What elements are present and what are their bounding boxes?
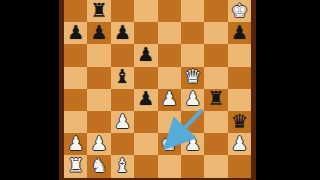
square-h7: ♟ xyxy=(228,22,251,44)
piece-black-rook: ♜ xyxy=(91,1,108,20)
square-d7 xyxy=(134,22,157,44)
square-h1 xyxy=(228,155,251,177)
square-h3: ♛ xyxy=(228,111,251,133)
square-h5 xyxy=(228,67,251,89)
square-b1: ♞ xyxy=(87,155,110,177)
square-b6 xyxy=(87,44,110,66)
square-a7: ♟ xyxy=(64,22,87,44)
piece-white-pawn: ♟ xyxy=(114,112,131,131)
piece-white-pawn: ♟ xyxy=(184,134,201,153)
square-b8: ♜ xyxy=(87,0,110,22)
square-c8 xyxy=(111,0,134,22)
piece-white-pawn: ♟ xyxy=(231,134,248,153)
piece-black-pawn: ♟ xyxy=(137,45,154,64)
square-b4 xyxy=(87,89,110,111)
square-b3 xyxy=(87,111,110,133)
square-f4: ♟ xyxy=(181,89,204,111)
square-d1 xyxy=(134,155,157,177)
square-f5: ♛ xyxy=(181,67,204,89)
piece-white-queen: ♛ xyxy=(184,67,201,86)
piece-white-rook: ♜ xyxy=(67,156,84,175)
square-b5 xyxy=(87,67,110,89)
square-c7: ♟ xyxy=(111,22,134,44)
piece-black-bishop: ♝ xyxy=(114,67,131,86)
square-g8 xyxy=(204,0,227,22)
square-d2 xyxy=(134,133,157,155)
square-g2 xyxy=(204,133,227,155)
piece-black-rook: ♜ xyxy=(208,89,225,108)
piece-black-pawn: ♟ xyxy=(114,23,131,42)
piece-white-pawn: ♟ xyxy=(91,134,108,153)
piece-white-knight: ♞ xyxy=(91,156,108,175)
square-c1: ♝ xyxy=(111,155,134,177)
square-f6 xyxy=(181,44,204,66)
square-h6 xyxy=(228,44,251,66)
square-b2: ♟ xyxy=(87,133,110,155)
piece-white-pawn: ♟ xyxy=(161,89,178,108)
square-a2: ♟ xyxy=(64,133,87,155)
square-h4 xyxy=(228,89,251,111)
square-g5 xyxy=(204,67,227,89)
chess-board: ♜♚♟♟♟♟♟♝♛♟♟♟♜♟♛♟♟♚♟♟♜♞♝ xyxy=(59,0,256,180)
square-a4 xyxy=(64,89,87,111)
square-d8 xyxy=(134,0,157,22)
square-c4 xyxy=(111,89,134,111)
square-a3 xyxy=(64,111,87,133)
square-f7 xyxy=(181,22,204,44)
square-a6 xyxy=(64,44,87,66)
piece-black-pawn: ♟ xyxy=(91,23,108,42)
square-g7 xyxy=(204,22,227,44)
square-g1 xyxy=(204,155,227,177)
square-a5 xyxy=(64,67,87,89)
piece-white-bishop: ♝ xyxy=(114,156,131,175)
square-e5 xyxy=(158,67,181,89)
square-h8: ♚ xyxy=(228,0,251,22)
square-f3 xyxy=(181,111,204,133)
square-c6 xyxy=(111,44,134,66)
piece-black-queen: ♛ xyxy=(231,112,248,131)
square-d5 xyxy=(134,67,157,89)
square-f1 xyxy=(181,155,204,177)
chess-thumbnail-stage: ♜♚♟♟♟♟♟♝♛♟♟♟♜♟♛♟♟♚♟♟♜♞♝ xyxy=(0,0,320,180)
piece-black-pawn: ♟ xyxy=(137,89,154,108)
piece-black-pawn: ♟ xyxy=(67,23,84,42)
square-d6: ♟ xyxy=(134,44,157,66)
square-e4: ♟ xyxy=(158,89,181,111)
square-c2 xyxy=(111,133,134,155)
square-b7: ♟ xyxy=(87,22,110,44)
square-e1 xyxy=(158,155,181,177)
board-squares: ♜♚♟♟♟♟♟♝♛♟♟♟♜♟♛♟♟♚♟♟♜♞♝ xyxy=(64,0,251,178)
square-e2: ♚ xyxy=(158,133,181,155)
square-e8 xyxy=(158,0,181,22)
piece-white-pawn: ♟ xyxy=(67,134,84,153)
square-d3 xyxy=(134,111,157,133)
square-e6 xyxy=(158,44,181,66)
square-f8 xyxy=(181,0,204,22)
square-e3 xyxy=(158,111,181,133)
square-c5: ♝ xyxy=(111,67,134,89)
piece-white-pawn: ♟ xyxy=(184,89,201,108)
square-h2: ♟ xyxy=(228,133,251,155)
piece-black-pawn: ♟ xyxy=(231,23,248,42)
square-g4: ♜ xyxy=(204,89,227,111)
square-a1: ♜ xyxy=(64,155,87,177)
square-e7 xyxy=(158,22,181,44)
piece-white-king: ♚ xyxy=(161,134,178,153)
square-a8 xyxy=(64,0,87,22)
square-f2: ♟ xyxy=(181,133,204,155)
piece-white-king: ♚ xyxy=(231,1,248,20)
square-d4: ♟ xyxy=(134,89,157,111)
square-g3 xyxy=(204,111,227,133)
square-g6 xyxy=(204,44,227,66)
square-c3: ♟ xyxy=(111,111,134,133)
